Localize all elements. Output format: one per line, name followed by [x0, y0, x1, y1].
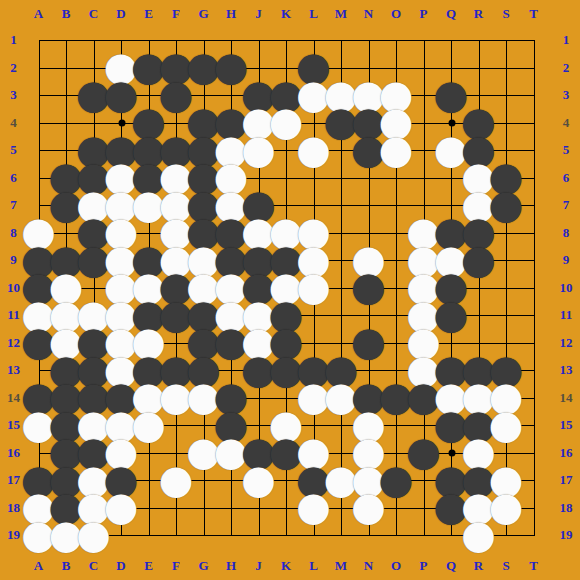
board-point-M9[interactable] — [327, 246, 355, 274]
board-point-Q6[interactable] — [437, 164, 465, 192]
board-point-M18[interactable] — [327, 494, 355, 522]
board-point-K3[interactable]: ● — [272, 81, 300, 109]
board-point-A9[interactable]: ● — [25, 246, 53, 274]
board-point-D16[interactable]: ● — [107, 439, 135, 467]
board-point-P12[interactable]: ● — [410, 329, 438, 357]
board-point-Q7[interactable] — [437, 191, 465, 219]
board-point-T5[interactable] — [520, 136, 548, 164]
board-point-N11[interactable] — [355, 301, 383, 329]
board-point-T1[interactable] — [520, 26, 548, 54]
board-point-S17[interactable]: ● — [492, 466, 520, 494]
board-point-A11[interactable]: ● — [25, 301, 53, 329]
board-point-D3[interactable]: ● — [107, 81, 135, 109]
board-point-R8[interactable]: ● — [465, 219, 493, 247]
board-point-G19[interactable] — [190, 521, 218, 549]
board-point-R19[interactable]: ● — [465, 521, 493, 549]
board-point-S5[interactable] — [492, 136, 520, 164]
board-point-H15[interactable]: ● — [217, 411, 245, 439]
board-point-L17[interactable]: ● — [300, 466, 328, 494]
board-point-F17[interactable]: ● — [162, 466, 190, 494]
board-point-E5[interactable]: ● — [135, 136, 163, 164]
board-point-O5[interactable]: ● — [382, 136, 410, 164]
board-point-H12[interactable]: ● — [217, 329, 245, 357]
board-point-E16[interactable] — [135, 439, 163, 467]
board-point-L13[interactable]: ● — [300, 356, 328, 384]
board-point-P19[interactable] — [410, 521, 438, 549]
board-point-B18[interactable]: ● — [52, 494, 80, 522]
board-point-L18[interactable]: ● — [300, 494, 328, 522]
board-point-M2[interactable] — [327, 54, 355, 82]
board-point-G3[interactable] — [190, 81, 218, 109]
board-point-M6[interactable] — [327, 164, 355, 192]
board-point-S6[interactable]: ● — [492, 164, 520, 192]
board-point-F5[interactable]: ● — [162, 136, 190, 164]
board-point-J14[interactable] — [245, 384, 273, 412]
board-point-J11[interactable]: ● — [245, 301, 273, 329]
board-point-T9[interactable] — [520, 246, 548, 274]
board-point-K18[interactable] — [272, 494, 300, 522]
board-point-C2[interactable] — [80, 54, 108, 82]
board-point-N5[interactable]: ● — [355, 136, 383, 164]
board-point-H3[interactable] — [217, 81, 245, 109]
board-point-K9[interactable]: ● — [272, 246, 300, 274]
board-point-G4[interactable]: ● — [190, 109, 218, 137]
board-point-J16[interactable]: ● — [245, 439, 273, 467]
board-point-N4[interactable]: ● — [355, 109, 383, 137]
board-point-R1[interactable] — [465, 26, 493, 54]
board-point-O4[interactable]: ● — [382, 109, 410, 137]
board-point-Q5[interactable]: ● — [437, 136, 465, 164]
board-point-B11[interactable]: ● — [52, 301, 80, 329]
board-point-E10[interactable]: ● — [135, 274, 163, 302]
board-point-A14[interactable]: ● — [25, 384, 53, 412]
board-point-Q12[interactable] — [437, 329, 465, 357]
board-point-P16[interactable]: ● — [410, 439, 438, 467]
board-point-M11[interactable] — [327, 301, 355, 329]
board-point-A15[interactable]: ● — [25, 411, 53, 439]
board-point-B3[interactable] — [52, 81, 80, 109]
board-point-A2[interactable] — [25, 54, 53, 82]
board-point-M15[interactable] — [327, 411, 355, 439]
board-point-Q11[interactable]: ● — [437, 301, 465, 329]
board-point-R7[interactable]: ● — [465, 191, 493, 219]
board-point-R4[interactable]: ● — [465, 109, 493, 137]
board-point-N6[interactable] — [355, 164, 383, 192]
board-point-K17[interactable] — [272, 466, 300, 494]
board-point-M16[interactable] — [327, 439, 355, 467]
board-point-N12[interactable]: ● — [355, 329, 383, 357]
board-point-C18[interactable]: ● — [80, 494, 108, 522]
board-point-A8[interactable]: ● — [25, 219, 53, 247]
board-point-R9[interactable]: ● — [465, 246, 493, 274]
board-point-F18[interactable] — [162, 494, 190, 522]
board-point-J4[interactable]: ● — [245, 109, 273, 137]
board-point-G1[interactable] — [190, 26, 218, 54]
board-point-A10[interactable]: ● — [25, 274, 53, 302]
board-point-S13[interactable]: ● — [492, 356, 520, 384]
board-point-L9[interactable]: ● — [300, 246, 328, 274]
board-point-N1[interactable] — [355, 26, 383, 54]
board-point-O14[interactable]: ● — [382, 384, 410, 412]
board-point-N16[interactable]: ● — [355, 439, 383, 467]
board-point-Q19[interactable] — [437, 521, 465, 549]
board-point-H16[interactable]: ● — [217, 439, 245, 467]
board-point-F6[interactable]: ● — [162, 164, 190, 192]
board-point-C10[interactable] — [80, 274, 108, 302]
board-point-Q18[interactable]: ● — [437, 494, 465, 522]
board-point-G10[interactable]: ● — [190, 274, 218, 302]
board-point-T2[interactable] — [520, 54, 548, 82]
board-point-R3[interactable] — [465, 81, 493, 109]
board-point-T19[interactable] — [520, 521, 548, 549]
board-point-T6[interactable] — [520, 164, 548, 192]
board-point-K11[interactable]: ● — [272, 301, 300, 329]
board-point-D17[interactable]: ● — [107, 466, 135, 494]
board-point-P15[interactable] — [410, 411, 438, 439]
board-point-T10[interactable] — [520, 274, 548, 302]
board-point-M3[interactable]: ● — [327, 81, 355, 109]
board-point-E18[interactable] — [135, 494, 163, 522]
board-point-L12[interactable] — [300, 329, 328, 357]
board-point-O1[interactable] — [382, 26, 410, 54]
board-point-R6[interactable]: ● — [465, 164, 493, 192]
board-point-B14[interactable]: ● — [52, 384, 80, 412]
board-point-C1[interactable] — [80, 26, 108, 54]
board-point-H9[interactable]: ● — [217, 246, 245, 274]
board-point-C16[interactable]: ● — [80, 439, 108, 467]
board-point-G8[interactable]: ● — [190, 219, 218, 247]
board-point-L3[interactable]: ● — [300, 81, 328, 109]
board-point-H6[interactable]: ● — [217, 164, 245, 192]
board-point-O12[interactable] — [382, 329, 410, 357]
board-point-L15[interactable] — [300, 411, 328, 439]
board-point-A16[interactable] — [25, 439, 53, 467]
board-point-A1[interactable] — [25, 26, 53, 54]
board-point-B5[interactable] — [52, 136, 80, 164]
board-point-J2[interactable] — [245, 54, 273, 82]
board-point-E17[interactable] — [135, 466, 163, 494]
board-point-A13[interactable] — [25, 356, 53, 384]
board-point-D2[interactable]: ● — [107, 54, 135, 82]
board-point-K16[interactable]: ● — [272, 439, 300, 467]
board-point-D18[interactable]: ● — [107, 494, 135, 522]
board-point-Q1[interactable] — [437, 26, 465, 54]
board-point-N10[interactable]: ● — [355, 274, 383, 302]
board-point-L14[interactable]: ● — [300, 384, 328, 412]
board-point-R5[interactable]: ● — [465, 136, 493, 164]
board-point-B15[interactable]: ● — [52, 411, 80, 439]
board-point-B10[interactable]: ● — [52, 274, 80, 302]
board-point-T14[interactable] — [520, 384, 548, 412]
board-point-P2[interactable] — [410, 54, 438, 82]
board-point-T15[interactable] — [520, 411, 548, 439]
board-point-B13[interactable]: ● — [52, 356, 80, 384]
board-point-Q2[interactable] — [437, 54, 465, 82]
board-point-F9[interactable]: ● — [162, 246, 190, 274]
board-point-A6[interactable] — [25, 164, 53, 192]
board-point-D4[interactable] — [107, 109, 135, 137]
board-point-Q10[interactable]: ● — [437, 274, 465, 302]
board-point-B19[interactable]: ● — [52, 521, 80, 549]
board-point-G7[interactable]: ● — [190, 191, 218, 219]
board-point-H13[interactable] — [217, 356, 245, 384]
board-point-K12[interactable]: ● — [272, 329, 300, 357]
board-point-T4[interactable] — [520, 109, 548, 137]
board-point-G2[interactable]: ● — [190, 54, 218, 82]
board-point-J9[interactable]: ● — [245, 246, 273, 274]
board-point-D6[interactable]: ● — [107, 164, 135, 192]
board-point-C8[interactable]: ● — [80, 219, 108, 247]
board-point-L7[interactable] — [300, 191, 328, 219]
board-point-M14[interactable]: ● — [327, 384, 355, 412]
board-point-S18[interactable]: ● — [492, 494, 520, 522]
board-point-M10[interactable] — [327, 274, 355, 302]
board-point-K10[interactable]: ● — [272, 274, 300, 302]
board-point-N17[interactable]: ● — [355, 466, 383, 494]
board-point-J18[interactable] — [245, 494, 273, 522]
board-point-M12[interactable] — [327, 329, 355, 357]
board-point-S1[interactable] — [492, 26, 520, 54]
board-point-O6[interactable] — [382, 164, 410, 192]
board-point-C15[interactable]: ● — [80, 411, 108, 439]
board-point-E1[interactable] — [135, 26, 163, 54]
board-point-P1[interactable] — [410, 26, 438, 54]
board-point-O7[interactable] — [382, 191, 410, 219]
board-point-F1[interactable] — [162, 26, 190, 54]
board-point-F19[interactable] — [162, 521, 190, 549]
board-point-F3[interactable]: ● — [162, 81, 190, 109]
board-point-C11[interactable]: ● — [80, 301, 108, 329]
board-point-D5[interactable]: ● — [107, 136, 135, 164]
board-point-B9[interactable]: ● — [52, 246, 80, 274]
board-point-R2[interactable] — [465, 54, 493, 82]
board-point-P18[interactable] — [410, 494, 438, 522]
board-point-A17[interactable]: ● — [25, 466, 53, 494]
board-point-F7[interactable]: ● — [162, 191, 190, 219]
board-point-H2[interactable]: ● — [217, 54, 245, 82]
board-point-O13[interactable] — [382, 356, 410, 384]
board-point-P9[interactable]: ● — [410, 246, 438, 274]
board-point-D7[interactable]: ● — [107, 191, 135, 219]
board-point-Q4[interactable] — [437, 109, 465, 137]
go-board[interactable]: ●●●●●●●●●●●●●●●●●●●●●●●●●●●●●●●●●●●●●●●●… — [25, 26, 548, 549]
board-point-H7[interactable]: ● — [217, 191, 245, 219]
board-point-G13[interactable]: ● — [190, 356, 218, 384]
board-point-S19[interactable] — [492, 521, 520, 549]
board-point-G18[interactable] — [190, 494, 218, 522]
board-point-R13[interactable]: ● — [465, 356, 493, 384]
board-point-O2[interactable] — [382, 54, 410, 82]
board-point-D15[interactable]: ● — [107, 411, 135, 439]
board-point-C19[interactable]: ● — [80, 521, 108, 549]
board-point-C5[interactable]: ● — [80, 136, 108, 164]
board-point-O8[interactable] — [382, 219, 410, 247]
board-point-P7[interactable] — [410, 191, 438, 219]
board-point-P17[interactable] — [410, 466, 438, 494]
board-point-D19[interactable] — [107, 521, 135, 549]
board-point-K7[interactable] — [272, 191, 300, 219]
board-point-F8[interactable]: ● — [162, 219, 190, 247]
board-point-L11[interactable] — [300, 301, 328, 329]
board-point-P4[interactable] — [410, 109, 438, 137]
board-point-J3[interactable]: ● — [245, 81, 273, 109]
board-point-E19[interactable] — [135, 521, 163, 549]
board-point-F4[interactable] — [162, 109, 190, 137]
board-point-G9[interactable]: ● — [190, 246, 218, 274]
board-point-J6[interactable] — [245, 164, 273, 192]
board-point-F10[interactable]: ● — [162, 274, 190, 302]
board-point-K15[interactable]: ● — [272, 411, 300, 439]
board-point-N8[interactable] — [355, 219, 383, 247]
board-point-H19[interactable] — [217, 521, 245, 549]
board-point-M4[interactable]: ● — [327, 109, 355, 137]
board-point-S11[interactable] — [492, 301, 520, 329]
board-point-H17[interactable] — [217, 466, 245, 494]
board-point-K13[interactable]: ● — [272, 356, 300, 384]
board-point-K4[interactable]: ● — [272, 109, 300, 137]
board-point-H14[interactable]: ● — [217, 384, 245, 412]
board-point-J10[interactable]: ● — [245, 274, 273, 302]
board-point-M1[interactable] — [327, 26, 355, 54]
board-point-Q9[interactable]: ● — [437, 246, 465, 274]
board-point-K5[interactable] — [272, 136, 300, 164]
board-point-C9[interactable]: ● — [80, 246, 108, 274]
board-point-G17[interactable] — [190, 466, 218, 494]
board-point-C13[interactable]: ● — [80, 356, 108, 384]
board-point-J1[interactable] — [245, 26, 273, 54]
board-point-P10[interactable]: ● — [410, 274, 438, 302]
board-point-Q13[interactable]: ● — [437, 356, 465, 384]
board-point-A19[interactable]: ● — [25, 521, 53, 549]
board-point-B2[interactable] — [52, 54, 80, 82]
board-point-E2[interactable]: ● — [135, 54, 163, 82]
board-point-M7[interactable] — [327, 191, 355, 219]
board-point-N3[interactable]: ● — [355, 81, 383, 109]
board-point-N15[interactable]: ● — [355, 411, 383, 439]
board-point-O3[interactable]: ● — [382, 81, 410, 109]
board-point-G5[interactable]: ● — [190, 136, 218, 164]
board-point-G6[interactable]: ● — [190, 164, 218, 192]
board-point-H18[interactable] — [217, 494, 245, 522]
board-point-M5[interactable] — [327, 136, 355, 164]
board-point-T8[interactable] — [520, 219, 548, 247]
board-point-H8[interactable]: ● — [217, 219, 245, 247]
board-point-M19[interactable] — [327, 521, 355, 549]
board-point-L4[interactable] — [300, 109, 328, 137]
board-point-L19[interactable] — [300, 521, 328, 549]
board-point-S16[interactable] — [492, 439, 520, 467]
board-point-E9[interactable]: ● — [135, 246, 163, 274]
board-point-P11[interactable]: ● — [410, 301, 438, 329]
board-point-L5[interactable]: ● — [300, 136, 328, 164]
board-point-N7[interactable] — [355, 191, 383, 219]
board-point-J7[interactable]: ● — [245, 191, 273, 219]
board-point-P5[interactable] — [410, 136, 438, 164]
board-point-J5[interactable]: ● — [245, 136, 273, 164]
board-point-L10[interactable]: ● — [300, 274, 328, 302]
board-point-K1[interactable] — [272, 26, 300, 54]
board-point-R15[interactable]: ● — [465, 411, 493, 439]
board-point-P13[interactable]: ● — [410, 356, 438, 384]
board-point-D13[interactable]: ● — [107, 356, 135, 384]
board-point-B1[interactable] — [52, 26, 80, 54]
board-point-A5[interactable] — [25, 136, 53, 164]
board-point-O15[interactable] — [382, 411, 410, 439]
board-point-B4[interactable] — [52, 109, 80, 137]
board-point-P14[interactable]: ● — [410, 384, 438, 412]
board-point-J13[interactable]: ● — [245, 356, 273, 384]
board-point-R12[interactable] — [465, 329, 493, 357]
board-point-O10[interactable] — [382, 274, 410, 302]
board-point-K14[interactable] — [272, 384, 300, 412]
board-point-L1[interactable] — [300, 26, 328, 54]
board-point-G15[interactable] — [190, 411, 218, 439]
board-point-T16[interactable] — [520, 439, 548, 467]
board-point-L8[interactable]: ● — [300, 219, 328, 247]
board-point-R18[interactable]: ● — [465, 494, 493, 522]
board-point-B17[interactable]: ● — [52, 466, 80, 494]
board-point-E4[interactable]: ● — [135, 109, 163, 137]
board-point-H10[interactable]: ● — [217, 274, 245, 302]
board-point-S14[interactable]: ● — [492, 384, 520, 412]
board-point-K8[interactable]: ● — [272, 219, 300, 247]
board-point-G11[interactable]: ● — [190, 301, 218, 329]
board-point-C3[interactable]: ● — [80, 81, 108, 109]
board-point-S3[interactable] — [492, 81, 520, 109]
board-point-P3[interactable] — [410, 81, 438, 109]
board-point-J8[interactable]: ● — [245, 219, 273, 247]
board-point-G12[interactable]: ● — [190, 329, 218, 357]
board-point-T12[interactable] — [520, 329, 548, 357]
board-point-K2[interactable] — [272, 54, 300, 82]
board-point-S2[interactable] — [492, 54, 520, 82]
board-point-J19[interactable] — [245, 521, 273, 549]
board-point-B12[interactable]: ● — [52, 329, 80, 357]
board-point-J15[interactable] — [245, 411, 273, 439]
board-point-M8[interactable] — [327, 219, 355, 247]
board-point-D14[interactable]: ● — [107, 384, 135, 412]
board-point-M13[interactable]: ● — [327, 356, 355, 384]
board-point-S9[interactable] — [492, 246, 520, 274]
board-point-S7[interactable]: ● — [492, 191, 520, 219]
board-point-K6[interactable] — [272, 164, 300, 192]
board-point-N9[interactable]: ● — [355, 246, 383, 274]
board-point-C14[interactable]: ● — [80, 384, 108, 412]
board-point-E7[interactable]: ● — [135, 191, 163, 219]
board-point-C4[interactable] — [80, 109, 108, 137]
board-point-T17[interactable] — [520, 466, 548, 494]
board-point-T7[interactable] — [520, 191, 548, 219]
board-point-T18[interactable] — [520, 494, 548, 522]
board-point-F11[interactable]: ● — [162, 301, 190, 329]
board-point-R17[interactable]: ● — [465, 466, 493, 494]
board-point-D8[interactable]: ● — [107, 219, 135, 247]
board-point-G16[interactable]: ● — [190, 439, 218, 467]
board-point-Q16[interactable] — [437, 439, 465, 467]
board-point-F14[interactable]: ● — [162, 384, 190, 412]
board-point-R11[interactable] — [465, 301, 493, 329]
board-point-O11[interactable] — [382, 301, 410, 329]
board-point-E3[interactable] — [135, 81, 163, 109]
board-point-S4[interactable] — [492, 109, 520, 137]
board-point-H11[interactable]: ● — [217, 301, 245, 329]
board-point-P8[interactable]: ● — [410, 219, 438, 247]
board-point-O17[interactable]: ● — [382, 466, 410, 494]
board-point-B6[interactable]: ● — [52, 164, 80, 192]
board-point-O19[interactable] — [382, 521, 410, 549]
board-point-E8[interactable] — [135, 219, 163, 247]
board-point-A18[interactable]: ● — [25, 494, 53, 522]
